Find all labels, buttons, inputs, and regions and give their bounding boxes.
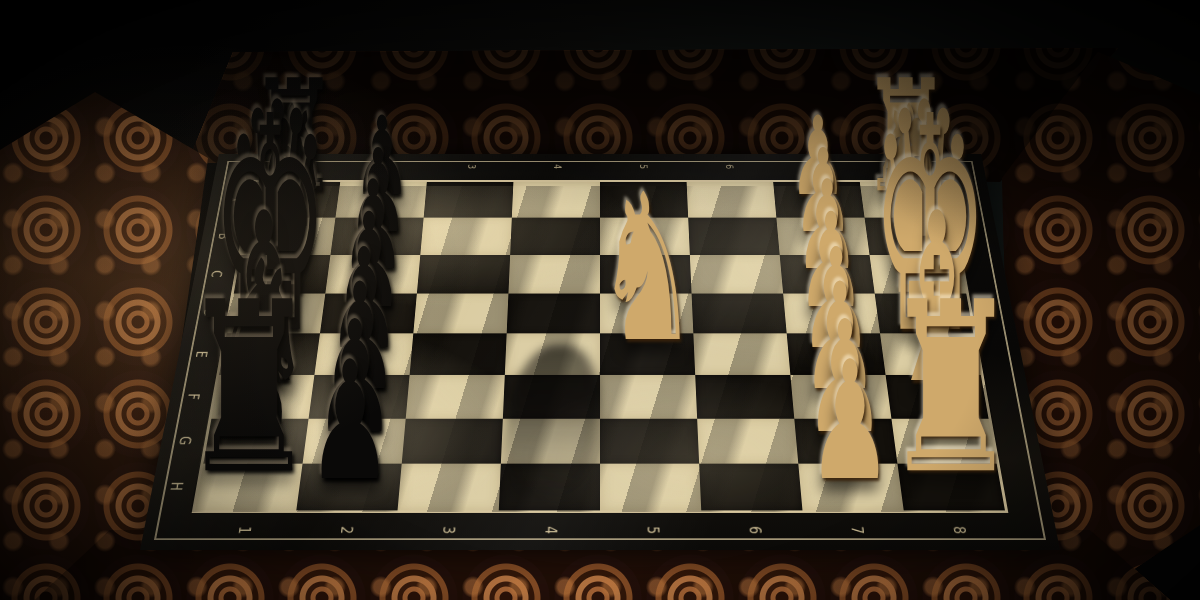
piece-black-rook-h1[interactable]: ♜ xyxy=(180,283,318,495)
pieces-layer: ♜♞♝♛♚♝♜♟♟♟♟♟♟♟♟♞♟♟♟♟♟♟♟♟♜♞♝♛♚♝♞♜ xyxy=(0,0,1200,600)
piece-white-knight-e5[interactable]: ♞ xyxy=(596,178,698,361)
piece-black-pawn-h2[interactable]: ♟ xyxy=(307,348,392,495)
chess-photo-scene: 1234567812345678HGFEDCBA ♜♞♝♛♚♝♜♟♟♟♟♟♟♟♟… xyxy=(0,0,1200,600)
piece-white-pawn-h7[interactable]: ♟ xyxy=(808,348,893,495)
piece-white-rook-h8[interactable]: ♜ xyxy=(881,283,1019,495)
